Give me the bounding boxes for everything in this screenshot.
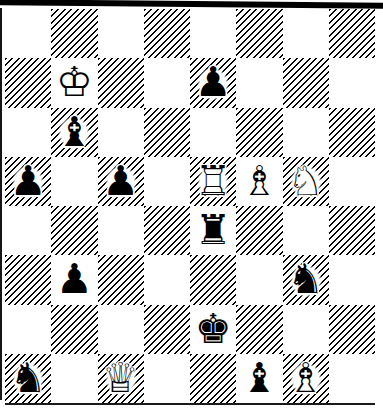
square-a3[interactable] [5,255,51,304]
square-f8[interactable] [236,9,282,58]
piece-black-pawn[interactable]: ♟ [99,158,143,204]
square-d4[interactable] [144,206,190,255]
square-d1[interactable] [144,354,190,403]
square-f1[interactable]: ♝ [236,354,282,403]
square-g5[interactable]: ♘ [283,157,329,206]
square-a5[interactable]: ♟ [5,157,51,206]
square-b1[interactable] [51,354,97,403]
square-g2[interactable] [283,305,329,354]
square-h6[interactable] [329,108,375,157]
square-c6[interactable] [98,108,144,157]
square-c8[interactable] [98,9,144,58]
chess-diagram: ♔♟♝♟♟♖♗♘♜♟♞♚♞♕♝♗ [0,0,383,409]
square-c4[interactable] [98,206,144,255]
square-b7[interactable]: ♔ [51,58,97,107]
square-g1[interactable]: ♗ [283,354,329,403]
square-h3[interactable] [329,255,375,304]
square-g7[interactable] [283,58,329,107]
square-f7[interactable] [236,58,282,107]
square-g3[interactable]: ♞ [283,255,329,304]
square-b5[interactable] [51,157,97,206]
square-a4[interactable] [5,206,51,255]
square-h7[interactable] [329,58,375,107]
square-g4[interactable] [283,206,329,255]
square-a1[interactable]: ♞ [5,354,51,403]
piece-black-bishop[interactable]: ♝ [52,109,96,155]
piece-black-pawn[interactable]: ♟ [6,158,50,204]
square-h4[interactable] [329,206,375,255]
left-border-rule [0,8,2,400]
piece-white-knight[interactable]: ♘ [284,158,328,204]
chess-board: ♔♟♝♟♟♖♗♘♜♟♞♚♞♕♝♗ [5,9,375,405]
piece-black-knight[interactable]: ♞ [284,257,328,303]
square-d5[interactable] [144,157,190,206]
square-d8[interactable] [144,9,190,58]
square-h8[interactable] [329,9,375,58]
square-c7[interactable] [98,58,144,107]
square-c1[interactable]: ♕ [98,354,144,403]
square-a2[interactable] [5,305,51,354]
piece-white-bishop[interactable]: ♗ [237,158,281,204]
piece-white-bishop[interactable]: ♗ [284,355,328,401]
piece-black-knight[interactable]: ♞ [6,355,50,401]
square-e4[interactable]: ♜ [190,206,236,255]
piece-black-bishop[interactable]: ♝ [237,355,281,401]
square-h2[interactable] [329,305,375,354]
square-d7[interactable] [144,58,190,107]
top-border-rule [0,0,383,9]
square-e3[interactable] [190,255,236,304]
piece-white-queen[interactable]: ♕ [99,355,143,401]
square-a8[interactable] [5,9,51,58]
piece-black-rook[interactable]: ♜ [191,208,235,254]
square-b3[interactable]: ♟ [51,255,97,304]
square-f2[interactable] [236,305,282,354]
piece-white-king[interactable]: ♔ [52,60,96,106]
square-d2[interactable] [144,305,190,354]
square-e8[interactable] [190,9,236,58]
square-b8[interactable] [51,9,97,58]
square-h5[interactable] [329,157,375,206]
square-f3[interactable] [236,255,282,304]
square-f5[interactable]: ♗ [236,157,282,206]
square-g8[interactable] [283,9,329,58]
square-a7[interactable] [5,58,51,107]
square-g6[interactable] [283,108,329,157]
piece-black-pawn[interactable]: ♟ [52,257,96,303]
square-h1[interactable] [329,354,375,403]
square-b4[interactable] [51,206,97,255]
square-c5[interactable]: ♟ [98,157,144,206]
square-c3[interactable] [98,255,144,304]
square-e5[interactable]: ♖ [190,157,236,206]
square-b6[interactable]: ♝ [51,108,97,157]
square-e6[interactable] [190,108,236,157]
square-b2[interactable] [51,305,97,354]
square-f4[interactable] [236,206,282,255]
square-e2[interactable]: ♚ [190,305,236,354]
square-d3[interactable] [144,255,190,304]
square-a6[interactable] [5,108,51,157]
square-e1[interactable] [190,354,236,403]
square-c2[interactable] [98,305,144,354]
square-f6[interactable] [236,108,282,157]
piece-white-rook[interactable]: ♖ [191,158,235,204]
square-e7[interactable]: ♟ [190,58,236,107]
piece-black-king[interactable]: ♚ [191,306,235,352]
square-d6[interactable] [144,108,190,157]
piece-black-pawn[interactable]: ♟ [191,60,235,106]
